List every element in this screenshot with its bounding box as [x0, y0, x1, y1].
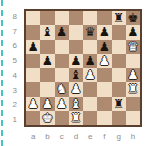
piece-black-rook: ♜ [113, 97, 124, 111]
piece-white-pawn: ♟ [42, 97, 53, 111]
square-h4[interactable]: ♟ [126, 68, 140, 82]
square-c3[interactable]: ♞ [55, 82, 69, 96]
square-h3[interactable]: ♜ [126, 82, 140, 96]
piece-white-rook: ♜ [70, 111, 81, 125]
square-a1[interactable] [26, 111, 40, 125]
rank-label-7: 7 [4, 24, 20, 39]
chess-board-frame: ♜♚♝♟♛♟♟♟♟♛♟♟♟♟♝♟♟♞♟♜♟♟♟♝♜♚♜ [24, 9, 142, 127]
square-e4[interactable]: ♟ [83, 68, 97, 82]
piece-white-rook: ♜ [127, 82, 138, 96]
rank-label-6: 6 [4, 39, 20, 54]
square-f5[interactable]: ♟ [97, 54, 111, 68]
square-d4[interactable]: ♝ [69, 68, 83, 82]
piece-white-pawn: ♟ [85, 68, 96, 82]
square-a7[interactable] [26, 25, 40, 39]
square-b7[interactable]: ♝ [40, 25, 54, 39]
piece-black-pawn: ♟ [127, 25, 138, 39]
square-c6[interactable] [55, 40, 69, 54]
square-g8[interactable]: ♜ [112, 11, 126, 25]
square-h7[interactable]: ♟ [126, 25, 140, 39]
file-label-f: f [97, 130, 111, 142]
square-a8[interactable] [26, 11, 40, 25]
square-h8[interactable]: ♚ [126, 11, 140, 25]
file-label-d: d [69, 130, 83, 142]
piece-white-pawn: ♟ [99, 54, 110, 68]
piece-black-pawn: ♟ [42, 54, 53, 68]
square-d8[interactable] [69, 11, 83, 25]
square-e7[interactable]: ♛ [83, 25, 97, 39]
square-a5[interactable] [26, 54, 40, 68]
square-d2[interactable]: ♝ [69, 97, 83, 111]
file-label-h: h [126, 130, 140, 142]
square-c8[interactable] [55, 11, 69, 25]
piece-black-pawn: ♟ [99, 40, 110, 54]
square-f2[interactable] [97, 97, 111, 111]
square-e6[interactable] [83, 40, 97, 54]
piece-black-rook: ♜ [113, 11, 124, 25]
piece-black-king: ♚ [127, 11, 138, 25]
square-g4[interactable] [112, 68, 126, 82]
square-c1[interactable] [55, 111, 69, 125]
square-c5[interactable] [55, 54, 69, 68]
piece-black-pawn: ♟ [85, 54, 96, 68]
square-f6[interactable]: ♟ [97, 40, 111, 54]
square-b8[interactable] [40, 11, 54, 25]
square-d5[interactable]: ♟ [69, 54, 83, 68]
file-label-a: a [26, 130, 40, 142]
file-coordinates: abcdefgh [26, 130, 140, 142]
square-g6[interactable] [112, 40, 126, 54]
square-e5[interactable]: ♟ [83, 54, 97, 68]
square-f3[interactable] [97, 82, 111, 96]
piece-white-pawn: ♟ [28, 97, 39, 111]
square-h2[interactable] [126, 97, 140, 111]
square-d3[interactable]: ♟ [69, 82, 83, 96]
piece-black-pawn: ♟ [56, 25, 67, 39]
piece-white-queen: ♛ [127, 40, 138, 54]
file-label-c: c [55, 130, 69, 142]
square-b2[interactable]: ♟ [40, 97, 54, 111]
square-b5[interactable]: ♟ [40, 54, 54, 68]
rank-label-1: 1 [4, 112, 20, 127]
file-label-g: g [112, 130, 126, 142]
piece-black-pawn: ♟ [70, 54, 81, 68]
square-d6[interactable] [69, 40, 83, 54]
square-b3[interactable] [40, 82, 54, 96]
square-g7[interactable] [112, 25, 126, 39]
square-a2[interactable]: ♟ [26, 97, 40, 111]
piece-white-pawn: ♟ [70, 82, 81, 96]
square-e8[interactable] [83, 11, 97, 25]
square-d1[interactable]: ♜ [69, 111, 83, 125]
rank-label-3: 3 [4, 83, 20, 98]
square-b4[interactable] [40, 68, 54, 82]
square-g1[interactable] [112, 111, 126, 125]
piece-white-king: ♚ [42, 111, 53, 125]
file-label-b: b [40, 130, 54, 142]
square-b6[interactable] [40, 40, 54, 54]
piece-white-knight: ♞ [56, 82, 67, 96]
file-label-e: e [83, 130, 97, 142]
rank-label-2: 2 [4, 98, 20, 113]
square-e2[interactable] [83, 97, 97, 111]
square-g3[interactable] [112, 82, 126, 96]
piece-white-bishop: ♝ [70, 97, 81, 111]
piece-black-bishop: ♝ [70, 68, 81, 82]
square-f1[interactable] [97, 111, 111, 125]
square-f7[interactable]: ♟ [97, 25, 111, 39]
teal-dashed-divider [1, 0, 3, 146]
square-f4[interactable] [97, 68, 111, 82]
square-d7[interactable] [69, 25, 83, 39]
square-g2[interactable]: ♜ [112, 97, 126, 111]
square-g5[interactable] [112, 54, 126, 68]
rank-label-4: 4 [4, 68, 20, 83]
square-h6[interactable]: ♛ [126, 40, 140, 54]
square-h1[interactable] [126, 111, 140, 125]
piece-black-pawn: ♟ [99, 25, 110, 39]
square-c2[interactable]: ♟ [55, 97, 69, 111]
square-c7[interactable]: ♟ [55, 25, 69, 39]
piece-black-queen: ♛ [85, 25, 96, 39]
rank-coordinates: 87654321 [4, 9, 20, 128]
piece-white-pawn: ♟ [127, 68, 138, 82]
square-a3[interactable] [26, 82, 40, 96]
rank-label-5: 5 [4, 53, 20, 68]
rank-label-8: 8 [4, 9, 20, 24]
square-h5[interactable] [126, 54, 140, 68]
piece-black-pawn: ♟ [28, 40, 39, 54]
piece-black-bishop: ♝ [42, 25, 53, 39]
square-b1[interactable]: ♚ [40, 111, 54, 125]
square-e1[interactable] [83, 111, 97, 125]
square-f8[interactable] [97, 11, 111, 25]
square-a6[interactable]: ♟ [26, 40, 40, 54]
square-e3[interactable] [83, 82, 97, 96]
chess-board[interactable]: ♜♚♝♟♛♟♟♟♟♛♟♟♟♟♝♟♟♞♟♜♟♟♟♝♜♚♜ [26, 11, 140, 125]
square-c4[interactable] [55, 68, 69, 82]
piece-white-pawn: ♟ [56, 97, 67, 111]
square-a4[interactable] [26, 68, 40, 82]
